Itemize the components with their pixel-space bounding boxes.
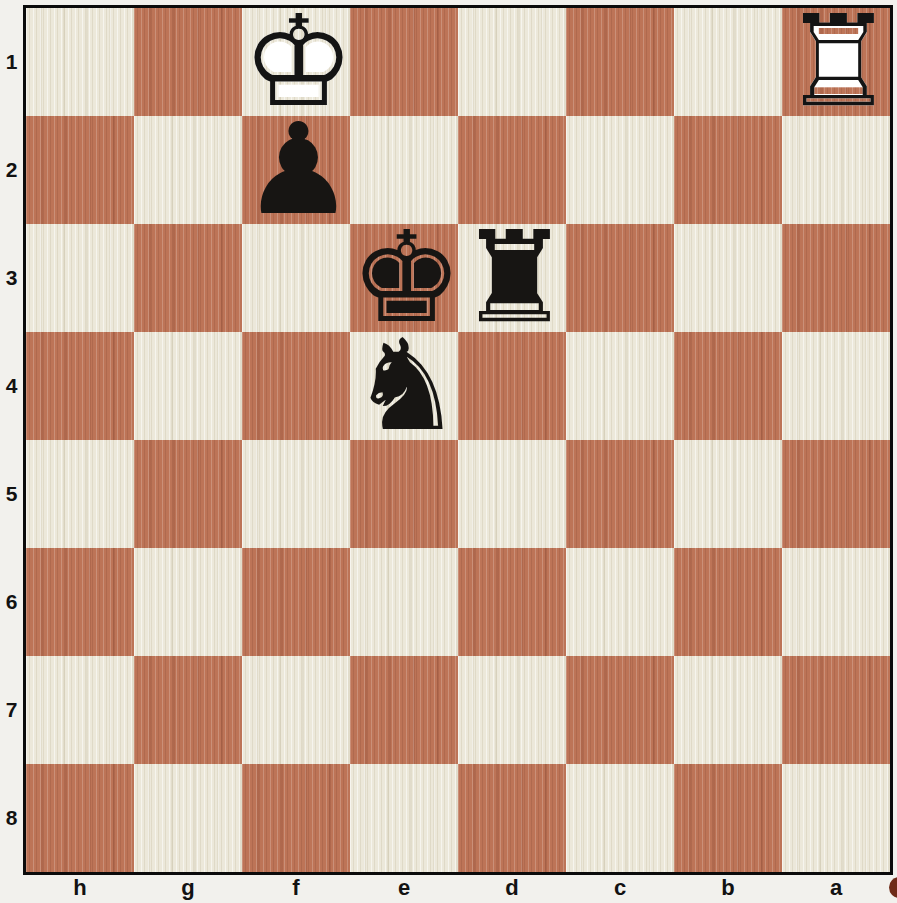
chess-board: ♚♔♜♖♟♚♜♞ <box>23 5 893 875</box>
square-b7[interactable] <box>674 656 782 764</box>
square-h1[interactable] <box>26 8 134 116</box>
black-pawn[interactable]: ♟ <box>242 116 350 224</box>
square-g2[interactable] <box>134 116 242 224</box>
rank-labels: 12345678 <box>0 8 23 872</box>
square-g7[interactable] <box>134 656 242 764</box>
black-pawn-fill-glyph: ♟ <box>242 116 350 224</box>
square-d6[interactable] <box>458 548 566 656</box>
square-g6[interactable] <box>134 548 242 656</box>
square-e3[interactable]: ♚ <box>350 224 458 332</box>
rank-label-3: 3 <box>0 224 23 332</box>
square-f1[interactable]: ♚♔ <box>242 8 350 116</box>
square-a1[interactable]: ♜♖ <box>782 8 890 116</box>
white-rook-outline-glyph: ♖ <box>782 8 890 116</box>
file-label-a: a <box>782 872 890 903</box>
square-h7[interactable] <box>26 656 134 764</box>
square-c5[interactable] <box>566 440 674 548</box>
square-g5[interactable] <box>134 440 242 548</box>
board-grid: ♚♔♜♖♟♚♜♞ <box>26 8 890 872</box>
file-label-e: e <box>350 872 458 903</box>
square-h4[interactable] <box>26 332 134 440</box>
square-a4[interactable] <box>782 332 890 440</box>
square-d2[interactable] <box>458 116 566 224</box>
rank-label-5: 5 <box>0 440 23 548</box>
black-knight-fill-glyph: ♞ <box>350 332 458 440</box>
square-e7[interactable] <box>350 656 458 764</box>
square-c4[interactable] <box>566 332 674 440</box>
square-d3[interactable]: ♜ <box>458 224 566 332</box>
square-e2[interactable] <box>350 116 458 224</box>
black-king[interactable]: ♚ <box>350 224 458 332</box>
square-a3[interactable] <box>782 224 890 332</box>
file-label-f: f <box>242 872 350 903</box>
square-b5[interactable] <box>674 440 782 548</box>
square-b8[interactable] <box>674 764 782 872</box>
rank-label-1: 1 <box>0 8 23 116</box>
square-e5[interactable] <box>350 440 458 548</box>
square-f5[interactable] <box>242 440 350 548</box>
square-h8[interactable] <box>26 764 134 872</box>
square-h2[interactable] <box>26 116 134 224</box>
square-c6[interactable] <box>566 548 674 656</box>
white-rook-fill-glyph: ♜ <box>782 8 890 116</box>
black-king-fill-glyph: ♚ <box>350 224 458 332</box>
square-c1[interactable] <box>566 8 674 116</box>
square-b4[interactable] <box>674 332 782 440</box>
black-rook[interactable]: ♜ <box>458 224 566 332</box>
square-a7[interactable] <box>782 656 890 764</box>
square-g1[interactable] <box>134 8 242 116</box>
square-d1[interactable] <box>458 8 566 116</box>
square-d4[interactable] <box>458 332 566 440</box>
clipped-disc-glyph <box>889 877 897 898</box>
white-king[interactable]: ♚♔ <box>242 8 350 116</box>
square-h6[interactable] <box>26 548 134 656</box>
white-king-outline-glyph: ♔ <box>242 8 350 116</box>
square-f6[interactable] <box>242 548 350 656</box>
square-b3[interactable] <box>674 224 782 332</box>
square-d8[interactable] <box>458 764 566 872</box>
rank-label-8: 8 <box>0 764 23 872</box>
rank-label-7: 7 <box>0 656 23 764</box>
square-h3[interactable] <box>26 224 134 332</box>
white-king-fill-glyph: ♚ <box>242 8 350 116</box>
rank-label-2: 2 <box>0 116 23 224</box>
square-a2[interactable] <box>782 116 890 224</box>
square-e1[interactable] <box>350 8 458 116</box>
square-d7[interactable] <box>458 656 566 764</box>
square-f7[interactable] <box>242 656 350 764</box>
square-a8[interactable] <box>782 764 890 872</box>
square-b2[interactable] <box>674 116 782 224</box>
square-e4[interactable]: ♞ <box>350 332 458 440</box>
rank-label-6: 6 <box>0 548 23 656</box>
square-c8[interactable] <box>566 764 674 872</box>
square-f3[interactable] <box>242 224 350 332</box>
file-label-h: h <box>26 872 134 903</box>
rank-label-4: 4 <box>0 332 23 440</box>
file-labels: hgfedcba <box>26 872 890 903</box>
square-e6[interactable] <box>350 548 458 656</box>
square-c2[interactable] <box>566 116 674 224</box>
white-rook[interactable]: ♜♖ <box>782 8 890 116</box>
square-a5[interactable] <box>782 440 890 548</box>
file-label-d: d <box>458 872 566 903</box>
square-g3[interactable] <box>134 224 242 332</box>
square-f2[interactable]: ♟ <box>242 116 350 224</box>
square-f8[interactable] <box>242 764 350 872</box>
file-label-c: c <box>566 872 674 903</box>
square-f4[interactable] <box>242 332 350 440</box>
square-e8[interactable] <box>350 764 458 872</box>
file-label-g: g <box>134 872 242 903</box>
square-b1[interactable] <box>674 8 782 116</box>
black-knight[interactable]: ♞ <box>350 332 458 440</box>
square-g8[interactable] <box>134 764 242 872</box>
square-g4[interactable] <box>134 332 242 440</box>
square-h5[interactable] <box>26 440 134 548</box>
file-label-b: b <box>674 872 782 903</box>
black-rook-fill-glyph: ♜ <box>458 224 566 332</box>
square-c7[interactable] <box>566 656 674 764</box>
square-c3[interactable] <box>566 224 674 332</box>
square-a6[interactable] <box>782 548 890 656</box>
square-b6[interactable] <box>674 548 782 656</box>
square-d5[interactable] <box>458 440 566 548</box>
